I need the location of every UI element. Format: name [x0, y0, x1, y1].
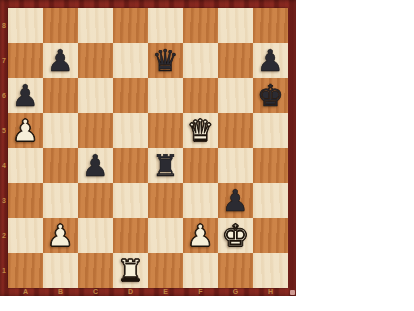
rank-label-4: 4 — [0, 148, 8, 183]
square-d5[interactable] — [113, 113, 148, 148]
file-label-a: A — [8, 288, 43, 296]
square-d7[interactable] — [113, 43, 148, 78]
square-f1[interactable] — [183, 253, 218, 288]
square-c2[interactable] — [78, 218, 113, 253]
chess-board: 87654321 ♟♛♟♟♚♟♛♟♜♟♟♟♚♜ ABCDEFGH — [0, 0, 296, 296]
square-h3[interactable] — [253, 183, 288, 218]
square-a1[interactable] — [8, 253, 43, 288]
file-label-d: D — [113, 288, 148, 296]
square-h5[interactable] — [253, 113, 288, 148]
black-pawn-g3[interactable]: ♟ — [218, 183, 253, 218]
square-a5[interactable]: ♟ — [8, 113, 43, 148]
square-h6[interactable]: ♚ — [253, 78, 288, 113]
rank-label-5: 5 — [0, 113, 8, 148]
square-d1[interactable]: ♜ — [113, 253, 148, 288]
square-f3[interactable] — [183, 183, 218, 218]
square-c6[interactable] — [78, 78, 113, 113]
square-g2[interactable]: ♚ — [218, 218, 253, 253]
white-king-g2[interactable]: ♚ — [218, 218, 253, 253]
square-g1[interactable] — [218, 253, 253, 288]
black-queen-e7[interactable]: ♛ — [148, 43, 183, 78]
white-pawn-a5[interactable]: ♟ — [8, 113, 43, 148]
square-f8[interactable] — [183, 8, 218, 43]
rank-label-6: 6 — [0, 78, 8, 113]
file-label-g: G — [218, 288, 253, 296]
rank-label-8: 8 — [0, 8, 8, 43]
square-f6[interactable] — [183, 78, 218, 113]
square-a8[interactable] — [8, 8, 43, 43]
square-d2[interactable] — [113, 218, 148, 253]
square-g3[interactable]: ♟ — [218, 183, 253, 218]
square-h1[interactable] — [253, 253, 288, 288]
square-a2[interactable] — [8, 218, 43, 253]
square-c3[interactable] — [78, 183, 113, 218]
square-c5[interactable] — [78, 113, 113, 148]
square-g5[interactable] — [218, 113, 253, 148]
square-g4[interactable] — [218, 148, 253, 183]
square-e2[interactable] — [148, 218, 183, 253]
square-b1[interactable] — [43, 253, 78, 288]
square-e5[interactable] — [148, 113, 183, 148]
square-a7[interactable] — [8, 43, 43, 78]
black-pawn-a6[interactable]: ♟ — [8, 78, 43, 113]
square-b6[interactable] — [43, 78, 78, 113]
square-h8[interactable] — [253, 8, 288, 43]
rank-label-7: 7 — [0, 43, 8, 78]
file-label-b: B — [43, 288, 78, 296]
square-c8[interactable] — [78, 8, 113, 43]
file-label-h: H — [253, 288, 288, 296]
square-f2[interactable]: ♟ — [183, 218, 218, 253]
square-h7[interactable]: ♟ — [253, 43, 288, 78]
black-pawn-b7[interactable]: ♟ — [43, 43, 78, 78]
white-pawn-f2[interactable]: ♟ — [183, 218, 218, 253]
square-h2[interactable] — [253, 218, 288, 253]
white-pawn-b2[interactable]: ♟ — [43, 218, 78, 253]
square-h4[interactable] — [253, 148, 288, 183]
square-e7[interactable]: ♛ — [148, 43, 183, 78]
black-rook-e4[interactable]: ♜ — [148, 148, 183, 183]
square-g8[interactable] — [218, 8, 253, 43]
rank-label-3: 3 — [0, 183, 8, 218]
square-e8[interactable] — [148, 8, 183, 43]
square-b4[interactable] — [43, 148, 78, 183]
square-b3[interactable] — [43, 183, 78, 218]
file-label-c: C — [78, 288, 113, 296]
square-b8[interactable] — [43, 8, 78, 43]
rank-labels: 87654321 — [0, 8, 8, 288]
square-b7[interactable]: ♟ — [43, 43, 78, 78]
page-background: 87654321 ♟♛♟♟♚♟♛♟♜♟♟♟♚♜ ABCDEFGH — [0, 0, 414, 311]
square-g6[interactable] — [218, 78, 253, 113]
black-king-h6[interactable]: ♚ — [253, 78, 288, 113]
square-c1[interactable] — [78, 253, 113, 288]
square-f5[interactable]: ♛ — [183, 113, 218, 148]
square-a4[interactable] — [8, 148, 43, 183]
square-c4[interactable]: ♟ — [78, 148, 113, 183]
rank-label-1: 1 — [0, 253, 8, 288]
square-e4[interactable]: ♜ — [148, 148, 183, 183]
square-b2[interactable]: ♟ — [43, 218, 78, 253]
square-a3[interactable] — [8, 183, 43, 218]
black-pawn-c4[interactable]: ♟ — [78, 148, 113, 183]
square-e6[interactable] — [148, 78, 183, 113]
square-f7[interactable] — [183, 43, 218, 78]
board-corner-marker — [290, 290, 295, 295]
square-c7[interactable] — [78, 43, 113, 78]
file-labels: ABCDEFGH — [8, 288, 288, 296]
square-g7[interactable] — [218, 43, 253, 78]
square-d3[interactable] — [113, 183, 148, 218]
square-d8[interactable] — [113, 8, 148, 43]
square-e3[interactable] — [148, 183, 183, 218]
square-d6[interactable] — [113, 78, 148, 113]
black-pawn-h7[interactable]: ♟ — [253, 43, 288, 78]
square-d4[interactable] — [113, 148, 148, 183]
rank-label-2: 2 — [0, 218, 8, 253]
file-label-e: E — [148, 288, 183, 296]
square-b5[interactable] — [43, 113, 78, 148]
white-rook-d1[interactable]: ♜ — [113, 253, 148, 288]
square-a6[interactable]: ♟ — [8, 78, 43, 113]
white-queen-f5[interactable]: ♛ — [183, 113, 218, 148]
square-e1[interactable] — [148, 253, 183, 288]
board-grid: ♟♛♟♟♚♟♛♟♜♟♟♟♚♜ — [8, 8, 288, 288]
file-label-f: F — [183, 288, 218, 296]
square-f4[interactable] — [183, 148, 218, 183]
